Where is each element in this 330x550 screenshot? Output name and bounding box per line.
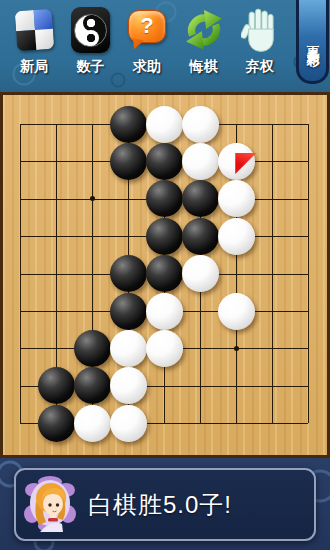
- last-move-marker: [235, 153, 256, 174]
- grid-line: [308, 124, 309, 423]
- go-board[interactable]: [0, 92, 330, 458]
- stone-white: [110, 405, 147, 442]
- stone-black: [38, 367, 75, 404]
- stone-white: [182, 106, 219, 143]
- result-message: 白棋胜5.0子!: [88, 489, 232, 521]
- undo-move-button[interactable]: 悔棋: [178, 4, 230, 92]
- more-content-ribbon[interactable]: 更多精彩: [296, 0, 329, 84]
- checkered-board-icon: [14, 9, 54, 51]
- stone-white: [74, 405, 111, 442]
- stone-white: [146, 106, 183, 143]
- stone-white: [146, 293, 183, 330]
- stone-black: [110, 106, 147, 143]
- yinyang-icon: [71, 7, 110, 53]
- stone-black: [38, 405, 75, 442]
- stone-white: [110, 367, 147, 404]
- grid-line: [272, 124, 273, 423]
- help-button[interactable]: ? 求助: [121, 4, 173, 92]
- stone-black: [110, 143, 147, 180]
- bottom-area: 白棋胜5.0子!: [0, 458, 330, 550]
- toolbar-buttons: 新局 数子 ? 求助: [0, 0, 292, 92]
- stone-white: [182, 143, 219, 180]
- pass-label: 弃权: [246, 58, 274, 76]
- toolbar: 新局 数子 ? 求助: [0, 0, 330, 92]
- stone-white: [110, 330, 147, 367]
- hand-icon: [241, 8, 279, 52]
- result-banner: 白棋胜5.0子!: [14, 468, 316, 541]
- stone-black: [146, 255, 183, 292]
- stone-white: [182, 255, 219, 292]
- recycle-arrows-icon: [183, 9, 225, 51]
- stone-white: [218, 143, 255, 180]
- stone-white: [146, 330, 183, 367]
- stone-black: [182, 218, 219, 255]
- stone-black: [146, 143, 183, 180]
- pass-button[interactable]: 弃权: [234, 4, 286, 92]
- stone-white: [218, 293, 255, 330]
- undo-move-label: 悔棋: [190, 58, 218, 76]
- avatar: [24, 474, 76, 536]
- count-stones-label: 数子: [77, 58, 105, 76]
- stone-black: [74, 367, 111, 404]
- help-label: 求助: [133, 58, 161, 76]
- new-game-label: 新局: [20, 58, 48, 76]
- stone-black: [110, 255, 147, 292]
- count-stones-button[interactable]: 数子: [65, 4, 117, 92]
- stone-white: [218, 218, 255, 255]
- star-point: [90, 196, 95, 201]
- more-content-label: 更多精彩: [304, 35, 322, 47]
- stone-black: [74, 330, 111, 367]
- stone-white: [218, 180, 255, 217]
- star-point: [234, 346, 239, 351]
- stone-black: [110, 293, 147, 330]
- stone-black: [146, 218, 183, 255]
- new-game-button[interactable]: 新局: [8, 4, 60, 92]
- stone-black: [146, 180, 183, 217]
- girl-avatar-icon: [24, 474, 76, 532]
- stone-black: [182, 180, 219, 217]
- question-bubble-icon: ?: [128, 8, 166, 52]
